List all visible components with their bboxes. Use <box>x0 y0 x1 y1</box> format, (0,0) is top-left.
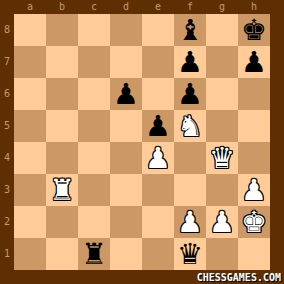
file-label-f: f <box>174 0 206 14</box>
rank-label-8: 8 <box>0 14 14 46</box>
square-c8[interactable] <box>78 14 110 46</box>
square-d2[interactable] <box>110 206 142 238</box>
square-b1[interactable] <box>46 238 78 270</box>
rank-label-6: 6 <box>0 78 14 110</box>
rank-label-3: 3 <box>0 174 14 206</box>
square-d4[interactable] <box>110 142 142 174</box>
site-credit: CHESSGAMES.COM <box>197 272 281 283</box>
square-b5[interactable] <box>46 110 78 142</box>
square-c2[interactable] <box>78 206 110 238</box>
file-label-h: h <box>238 0 270 14</box>
square-f6[interactable]: ♟ <box>174 78 206 110</box>
file-label-g: g <box>206 0 238 14</box>
square-g7[interactable] <box>206 46 238 78</box>
square-h8[interactable]: ♚ <box>238 14 270 46</box>
black-pawn[interactable]: ♟ <box>241 48 267 77</box>
square-g6[interactable] <box>206 78 238 110</box>
rank-labels: 87654321 <box>0 14 14 270</box>
black-pawn[interactable]: ♟ <box>113 80 139 109</box>
square-e1[interactable] <box>142 238 174 270</box>
black-pawn[interactable]: ♟ <box>177 80 203 109</box>
black-pawn[interactable]: ♟ <box>145 112 171 141</box>
square-a7[interactable] <box>14 46 46 78</box>
square-h6[interactable] <box>238 78 270 110</box>
square-g3[interactable] <box>206 174 238 206</box>
square-e6[interactable] <box>142 78 174 110</box>
square-a4[interactable] <box>14 142 46 174</box>
square-h5[interactable] <box>238 110 270 142</box>
file-label-a: a <box>14 0 46 14</box>
chess-board: ♝♚♟♟♟♟♟♞♟♛♜♟♟♟♚♜♛ <box>14 14 270 270</box>
square-h7[interactable]: ♟ <box>238 46 270 78</box>
square-b7[interactable] <box>46 46 78 78</box>
square-a5[interactable] <box>14 110 46 142</box>
square-h3[interactable]: ♟ <box>238 174 270 206</box>
square-b3[interactable]: ♜ <box>46 174 78 206</box>
square-e4[interactable]: ♟ <box>142 142 174 174</box>
square-g1[interactable] <box>206 238 238 270</box>
square-b2[interactable] <box>46 206 78 238</box>
square-g4[interactable]: ♛ <box>206 142 238 174</box>
square-f2[interactable]: ♟ <box>174 206 206 238</box>
white-pawn[interactable]: ♟ <box>177 208 203 237</box>
file-label-d: d <box>110 0 142 14</box>
white-pawn[interactable]: ♟ <box>209 208 235 237</box>
white-knight[interactable]: ♞ <box>177 112 203 141</box>
square-b6[interactable] <box>46 78 78 110</box>
file-label-e: e <box>142 0 174 14</box>
square-c6[interactable] <box>78 78 110 110</box>
rank-label-4: 4 <box>0 142 14 174</box>
chess-diagram: abcdefgh 87654321 ♝♚♟♟♟♟♟♞♟♛♜♟♟♟♚♜♛ CHES… <box>0 0 284 284</box>
square-f8[interactable]: ♝ <box>174 14 206 46</box>
square-a1[interactable] <box>14 238 46 270</box>
black-bishop[interactable]: ♝ <box>177 16 203 45</box>
file-labels: abcdefgh <box>14 0 270 14</box>
white-rook[interactable]: ♜ <box>49 176 75 205</box>
square-d6[interactable]: ♟ <box>110 78 142 110</box>
rank-label-7: 7 <box>0 46 14 78</box>
white-pawn[interactable]: ♟ <box>241 176 267 205</box>
square-f5[interactable]: ♞ <box>174 110 206 142</box>
square-f1[interactable]: ♛ <box>174 238 206 270</box>
square-h2[interactable]: ♚ <box>238 206 270 238</box>
square-g2[interactable]: ♟ <box>206 206 238 238</box>
square-e8[interactable] <box>142 14 174 46</box>
square-d3[interactable] <box>110 174 142 206</box>
file-label-c: c <box>78 0 110 14</box>
square-e5[interactable]: ♟ <box>142 110 174 142</box>
square-g8[interactable] <box>206 14 238 46</box>
square-f7[interactable]: ♟ <box>174 46 206 78</box>
rank-label-5: 5 <box>0 110 14 142</box>
black-king[interactable]: ♚ <box>241 16 267 45</box>
rank-label-2: 2 <box>0 206 14 238</box>
square-c4[interactable] <box>78 142 110 174</box>
square-b8[interactable] <box>46 14 78 46</box>
square-c3[interactable] <box>78 174 110 206</box>
white-king[interactable]: ♚ <box>241 208 267 237</box>
white-queen[interactable]: ♛ <box>209 144 235 173</box>
square-c5[interactable] <box>78 110 110 142</box>
square-e3[interactable] <box>142 174 174 206</box>
square-d7[interactable] <box>110 46 142 78</box>
square-h4[interactable] <box>238 142 270 174</box>
square-c7[interactable] <box>78 46 110 78</box>
square-d5[interactable] <box>110 110 142 142</box>
file-label-b: b <box>46 0 78 14</box>
square-f3[interactable] <box>174 174 206 206</box>
square-a3[interactable] <box>14 174 46 206</box>
black-rook[interactable]: ♜ <box>81 240 107 269</box>
square-e2[interactable] <box>142 206 174 238</box>
square-a8[interactable] <box>14 14 46 46</box>
square-d8[interactable] <box>110 14 142 46</box>
black-queen[interactable]: ♛ <box>177 240 203 269</box>
square-g5[interactable] <box>206 110 238 142</box>
square-c1[interactable]: ♜ <box>78 238 110 270</box>
square-e7[interactable] <box>142 46 174 78</box>
rank-label-1: 1 <box>0 238 14 270</box>
square-b4[interactable] <box>46 142 78 174</box>
square-a2[interactable] <box>14 206 46 238</box>
square-h1[interactable] <box>238 238 270 270</box>
white-pawn[interactable]: ♟ <box>145 144 171 173</box>
square-a6[interactable] <box>14 78 46 110</box>
square-d1[interactable] <box>110 238 142 270</box>
black-pawn[interactable]: ♟ <box>177 48 203 77</box>
square-f4[interactable] <box>174 142 206 174</box>
